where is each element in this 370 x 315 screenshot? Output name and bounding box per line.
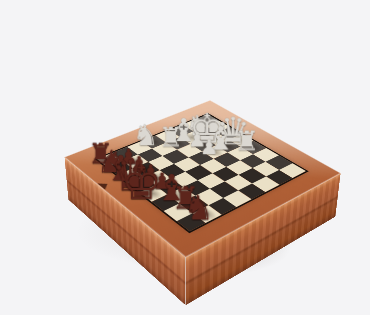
piece-white-rook: ♜ [159, 125, 183, 149]
piece-black-knight: ♞ [183, 192, 213, 223]
square-e5 [186, 165, 213, 180]
piece-white-rook: ♜ [234, 129, 258, 154]
product-image: ♛♜♞♚♝♝♟♟♜♞♟♟♟♟♝♜♞♜♞♝♛♚ [0, 0, 370, 315]
square-h1 [279, 163, 306, 178]
scene: ♛♜♞♚♝♝♟♟♜♞♟♟♟♟♝♜♞♜♞♝♛♚ [0, 0, 370, 315]
square-h7: ♞ [193, 205, 222, 223]
chess-box: ♛♜♞♚♝♝♟♟♜♞♟♟♟♟♝♜♞♜♞♝♛♚ [64, 100, 340, 257]
piece-white-pawn: ♟ [199, 138, 217, 157]
